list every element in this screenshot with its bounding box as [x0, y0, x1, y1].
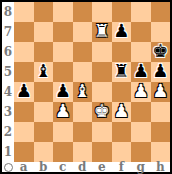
square-f4[interactable]	[112, 82, 132, 102]
square-d8[interactable]	[73, 2, 93, 22]
square-h3[interactable]	[151, 102, 171, 122]
white-to-move-circle-icon	[4, 163, 13, 172]
white-bishop: ♝	[74, 82, 90, 100]
square-e8[interactable]	[92, 2, 112, 22]
square-g7[interactable]	[131, 22, 151, 42]
black-pawn: ♟	[152, 62, 168, 80]
square-b1[interactable]	[34, 142, 54, 162]
square-d2[interactable]	[73, 122, 93, 142]
square-c4[interactable]: ♟	[53, 82, 73, 102]
black-pawn: ♟	[55, 82, 71, 100]
square-c7[interactable]	[53, 22, 73, 42]
square-f5[interactable]: ♜	[112, 62, 132, 82]
file-label-c: c	[53, 162, 73, 172]
rank-label-8: 8	[2, 2, 14, 22]
file-label-h: h	[151, 162, 171, 172]
file-label-g: g	[131, 162, 151, 172]
file-label-b: b	[34, 162, 54, 172]
square-f2[interactable]	[112, 122, 132, 142]
file-label-d: d	[73, 162, 93, 172]
square-e4[interactable]	[92, 82, 112, 102]
square-c1[interactable]	[53, 142, 73, 162]
rank-label-7: 7	[2, 22, 14, 42]
square-e1[interactable]	[92, 142, 112, 162]
square-g1[interactable]	[131, 142, 151, 162]
square-d7[interactable]	[73, 22, 93, 42]
square-f6[interactable]	[112, 42, 132, 62]
square-h7[interactable]	[151, 22, 171, 42]
square-b3[interactable]	[34, 102, 54, 122]
square-g8[interactable]	[131, 2, 151, 22]
square-d4[interactable]: ♝	[73, 82, 93, 102]
square-e3[interactable]: ♚	[92, 102, 112, 122]
square-c2[interactable]	[53, 122, 73, 142]
square-f1[interactable]	[112, 142, 132, 162]
rank-label-1: 1	[2, 142, 14, 162]
white-pawn: ♟	[55, 102, 71, 120]
square-f3[interactable]: ♟	[112, 102, 132, 122]
file-label-e: e	[92, 162, 112, 172]
square-d6[interactable]	[73, 42, 93, 62]
square-b8[interactable]	[34, 2, 54, 22]
square-g2[interactable]	[131, 122, 151, 142]
white-pawn: ♟	[152, 82, 168, 100]
square-c6[interactable]	[53, 42, 73, 62]
rank-label-5: 5	[2, 62, 14, 82]
square-a3[interactable]	[14, 102, 34, 122]
square-c8[interactable]	[53, 2, 73, 22]
square-h5[interactable]: ♟	[151, 62, 171, 82]
square-e2[interactable]	[92, 122, 112, 142]
rank-label-6: 6	[2, 42, 14, 62]
rank-label-4: 4	[2, 82, 14, 102]
black-pawn: ♟	[133, 62, 149, 80]
rank-label-2: 2	[2, 122, 14, 142]
square-e5[interactable]	[92, 62, 112, 82]
square-c3[interactable]: ♟	[53, 102, 73, 122]
chess-board: 87♜♟6♚5♝♜♟♟4♟♟♝♟♟3♟♚♟21abcdefgh	[0, 0, 172, 174]
white-king: ♚	[94, 102, 110, 120]
square-g6[interactable]	[131, 42, 151, 62]
square-b2[interactable]	[34, 122, 54, 142]
black-pawn: ♟	[16, 82, 32, 100]
square-c5[interactable]	[53, 62, 73, 82]
square-e6[interactable]	[92, 42, 112, 62]
white-rook: ♜	[94, 22, 110, 40]
square-h1[interactable]	[151, 142, 171, 162]
square-h8[interactable]	[151, 2, 171, 22]
square-a4[interactable]: ♟	[14, 82, 34, 102]
black-king: ♚	[152, 42, 168, 60]
square-a2[interactable]	[14, 122, 34, 142]
square-a1[interactable]	[14, 142, 34, 162]
square-h4[interactable]: ♟	[151, 82, 171, 102]
black-pawn: ♟	[113, 22, 129, 40]
square-a8[interactable]	[14, 2, 34, 22]
black-rook: ♜	[113, 62, 129, 80]
white-pawn: ♟	[133, 82, 149, 100]
square-a5[interactable]	[14, 62, 34, 82]
square-b4[interactable]	[34, 82, 54, 102]
white-pawn: ♟	[113, 102, 129, 120]
file-label-a: a	[14, 162, 34, 172]
side-to-move-indicator	[2, 162, 14, 172]
square-d5[interactable]	[73, 62, 93, 82]
square-a7[interactable]	[14, 22, 34, 42]
square-h6[interactable]: ♚	[151, 42, 171, 62]
square-g4[interactable]: ♟	[131, 82, 151, 102]
square-g3[interactable]	[131, 102, 151, 122]
square-a6[interactable]	[14, 42, 34, 62]
square-d3[interactable]	[73, 102, 93, 122]
file-label-f: f	[112, 162, 132, 172]
rank-label-3: 3	[2, 102, 14, 122]
square-b6[interactable]	[34, 42, 54, 62]
square-g5[interactable]: ♟	[131, 62, 151, 82]
square-b5[interactable]: ♝	[34, 62, 54, 82]
square-f8[interactable]	[112, 2, 132, 22]
square-h2[interactable]	[151, 122, 171, 142]
square-d1[interactable]	[73, 142, 93, 162]
black-bishop: ♝	[35, 62, 51, 80]
square-e7[interactable]: ♜	[92, 22, 112, 42]
square-b7[interactable]	[34, 22, 54, 42]
square-f7[interactable]: ♟	[112, 22, 132, 42]
